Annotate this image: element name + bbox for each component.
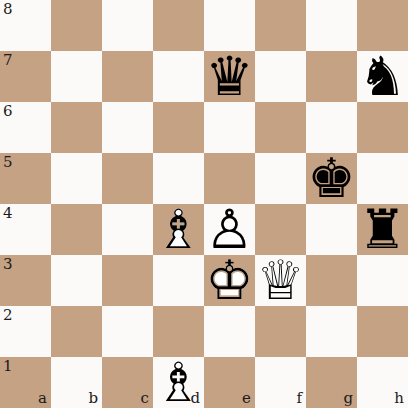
square-e6[interactable] bbox=[204, 102, 255, 153]
square-e5[interactable] bbox=[204, 153, 255, 204]
square-a2[interactable]: 2 bbox=[0, 306, 51, 357]
square-e7[interactable]: ♛ bbox=[204, 51, 255, 102]
white-queen-icon: ♕ bbox=[255, 255, 306, 306]
rank-label-1: 1 bbox=[3, 359, 13, 374]
white-pawn-icon: ♙ bbox=[204, 204, 255, 255]
piece-black-knight[interactable]: ♞ bbox=[357, 51, 408, 102]
file-label-g: g bbox=[343, 391, 353, 406]
black-king-icon: ♚ bbox=[306, 153, 357, 204]
square-b7[interactable] bbox=[51, 51, 102, 102]
square-f6[interactable] bbox=[255, 102, 306, 153]
square-d8[interactable] bbox=[153, 0, 204, 51]
square-a7[interactable]: 7 bbox=[0, 51, 51, 102]
square-g5[interactable]: ♚ bbox=[306, 153, 357, 204]
rank-label-5: 5 bbox=[3, 155, 13, 170]
rank-label-4: 4 bbox=[3, 206, 13, 221]
file-label-f: f bbox=[296, 391, 302, 406]
white-bishop-icon: ♗ bbox=[153, 204, 204, 255]
square-d2[interactable] bbox=[153, 306, 204, 357]
square-g7[interactable] bbox=[306, 51, 357, 102]
square-d3[interactable] bbox=[153, 255, 204, 306]
square-g2[interactable] bbox=[306, 306, 357, 357]
rank-label-6: 6 bbox=[3, 104, 13, 119]
chess-board: 87♛♞65♚4♝♗♟♙♜3♚♔♛♕21abcd♝♗efgh bbox=[0, 0, 408, 408]
square-f1[interactable]: f bbox=[255, 357, 306, 408]
square-h3[interactable] bbox=[357, 255, 408, 306]
piece-white-pawn[interactable]: ♟♙ bbox=[204, 204, 255, 255]
square-b2[interactable] bbox=[51, 306, 102, 357]
square-c4[interactable] bbox=[102, 204, 153, 255]
square-g1[interactable]: g bbox=[306, 357, 357, 408]
rank-label-8: 8 bbox=[3, 2, 13, 17]
square-h2[interactable] bbox=[357, 306, 408, 357]
square-f8[interactable] bbox=[255, 0, 306, 51]
square-a1[interactable]: 1a bbox=[0, 357, 51, 408]
square-e4[interactable]: ♟♙ bbox=[204, 204, 255, 255]
piece-black-queen[interactable]: ♛ bbox=[204, 51, 255, 102]
square-f7[interactable] bbox=[255, 51, 306, 102]
square-c5[interactable] bbox=[102, 153, 153, 204]
black-rook-icon: ♜ bbox=[357, 204, 408, 255]
square-g3[interactable] bbox=[306, 255, 357, 306]
black-queen-icon: ♛ bbox=[204, 51, 255, 102]
square-c3[interactable] bbox=[102, 255, 153, 306]
file-label-c: c bbox=[141, 391, 149, 406]
square-a8[interactable]: 8 bbox=[0, 0, 51, 51]
piece-black-rook[interactable]: ♜ bbox=[357, 204, 408, 255]
square-c8[interactable] bbox=[102, 0, 153, 51]
piece-white-bishop[interactable]: ♝♗ bbox=[153, 204, 204, 255]
square-g6[interactable] bbox=[306, 102, 357, 153]
rank-label-7: 7 bbox=[3, 53, 13, 68]
square-e1[interactable]: e bbox=[204, 357, 255, 408]
piece-white-queen[interactable]: ♛♕ bbox=[255, 255, 306, 306]
square-f5[interactable] bbox=[255, 153, 306, 204]
square-h4[interactable]: ♜ bbox=[357, 204, 408, 255]
square-c6[interactable] bbox=[102, 102, 153, 153]
square-a4[interactable]: 4 bbox=[0, 204, 51, 255]
square-a3[interactable]: 3 bbox=[0, 255, 51, 306]
square-f2[interactable] bbox=[255, 306, 306, 357]
square-d5[interactable] bbox=[153, 153, 204, 204]
square-h7[interactable]: ♞ bbox=[357, 51, 408, 102]
square-d7[interactable] bbox=[153, 51, 204, 102]
square-b4[interactable] bbox=[51, 204, 102, 255]
square-e3[interactable]: ♚♔ bbox=[204, 255, 255, 306]
square-f4[interactable] bbox=[255, 204, 306, 255]
square-b3[interactable] bbox=[51, 255, 102, 306]
square-a6[interactable]: 6 bbox=[0, 102, 51, 153]
piece-black-king[interactable]: ♚ bbox=[306, 153, 357, 204]
square-g8[interactable] bbox=[306, 0, 357, 51]
rank-label-2: 2 bbox=[3, 308, 13, 323]
square-e2[interactable] bbox=[204, 306, 255, 357]
square-e8[interactable] bbox=[204, 0, 255, 51]
square-b6[interactable] bbox=[51, 102, 102, 153]
white-king-icon: ♔ bbox=[204, 255, 255, 306]
square-h5[interactable] bbox=[357, 153, 408, 204]
square-g4[interactable] bbox=[306, 204, 357, 255]
square-b1[interactable]: b bbox=[51, 357, 102, 408]
square-d1[interactable]: d♝♗ bbox=[153, 357, 204, 408]
square-f3[interactable]: ♛♕ bbox=[255, 255, 306, 306]
file-label-d: d bbox=[190, 391, 200, 406]
rank-label-3: 3 bbox=[3, 257, 13, 272]
piece-white-king[interactable]: ♚♔ bbox=[204, 255, 255, 306]
file-label-b: b bbox=[88, 391, 98, 406]
file-label-a: a bbox=[38, 391, 47, 406]
black-knight-icon: ♞ bbox=[357, 51, 408, 102]
square-a5[interactable]: 5 bbox=[0, 153, 51, 204]
square-h6[interactable] bbox=[357, 102, 408, 153]
square-b8[interactable] bbox=[51, 0, 102, 51]
square-c2[interactable] bbox=[102, 306, 153, 357]
square-h8[interactable] bbox=[357, 0, 408, 51]
file-label-e: e bbox=[242, 391, 251, 406]
square-b5[interactable] bbox=[51, 153, 102, 204]
square-c7[interactable] bbox=[102, 51, 153, 102]
square-c1[interactable]: c bbox=[102, 357, 153, 408]
square-h1[interactable]: h bbox=[357, 357, 408, 408]
file-label-h: h bbox=[394, 391, 404, 406]
square-d6[interactable] bbox=[153, 102, 204, 153]
square-d4[interactable]: ♝♗ bbox=[153, 204, 204, 255]
